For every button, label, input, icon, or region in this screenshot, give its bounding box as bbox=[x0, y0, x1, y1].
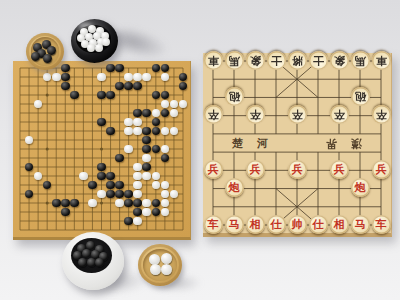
go-stone-white[interactable] bbox=[97, 73, 106, 82]
xiangqi-piece-black[interactable]: 士 bbox=[309, 51, 328, 70]
xiangqi-piece-red[interactable]: 马 bbox=[225, 215, 244, 234]
go-stone-black[interactable] bbox=[70, 91, 79, 100]
wooden-lid-bottom[interactable] bbox=[138, 244, 182, 286]
go-stone-black[interactable] bbox=[115, 154, 124, 163]
tray-stone-white[interactable] bbox=[161, 253, 172, 264]
go-stone-black[interactable] bbox=[124, 82, 133, 91]
go-stone-black[interactable] bbox=[61, 64, 70, 73]
xiangqi-piece-red[interactable]: 兵 bbox=[288, 160, 307, 179]
tray-stone-white[interactable] bbox=[95, 44, 103, 52]
go-stone-black[interactable] bbox=[106, 127, 115, 136]
go-stone-white[interactable] bbox=[115, 199, 124, 208]
xiangqi-piece-red[interactable]: 仕 bbox=[267, 215, 286, 234]
xiangqi-piece-black[interactable]: 將 bbox=[288, 51, 307, 70]
go-stone-black[interactable] bbox=[97, 172, 106, 181]
xiangqi-piece-black[interactable]: 卒 bbox=[330, 105, 349, 124]
go-stone-black[interactable] bbox=[106, 91, 115, 100]
xiangqi-piece-red[interactable]: 兵 bbox=[204, 160, 223, 179]
go-stone-white[interactable] bbox=[124, 73, 133, 82]
go-stone-black[interactable] bbox=[97, 163, 106, 172]
go-stone-black[interactable] bbox=[88, 181, 97, 190]
go-stone-black[interactable] bbox=[61, 73, 70, 82]
tray-stone-black[interactable] bbox=[78, 258, 87, 267]
go-stone-black[interactable] bbox=[106, 172, 115, 181]
go-stone-black[interactable] bbox=[52, 199, 61, 208]
black-stone-bowl[interactable] bbox=[71, 19, 118, 63]
go-stone-white[interactable] bbox=[79, 172, 88, 181]
go-stone-black[interactable] bbox=[124, 199, 133, 208]
xiangqi-piece-red[interactable]: 炮 bbox=[351, 178, 370, 197]
xiangqi-piece-black[interactable]: 士 bbox=[267, 51, 286, 70]
go-stone-black[interactable] bbox=[70, 199, 79, 208]
go-stone-black[interactable] bbox=[61, 82, 70, 91]
go-stone-black[interactable] bbox=[106, 181, 115, 190]
xiangqi-piece-red[interactable]: 兵 bbox=[372, 160, 391, 179]
tray-stone-black[interactable] bbox=[95, 258, 104, 267]
xiangqi-piece-black[interactable]: 象 bbox=[330, 51, 349, 70]
go-board[interactable] bbox=[13, 61, 191, 240]
wooden-lid-top[interactable] bbox=[26, 33, 64, 70]
go-stone-white[interactable] bbox=[124, 118, 133, 127]
go-stone-black[interactable] bbox=[97, 118, 106, 127]
tray-stone-white[interactable] bbox=[87, 44, 95, 52]
go-stone-black[interactable] bbox=[106, 190, 115, 199]
xiangqi-piece-red[interactable]: 车 bbox=[372, 215, 391, 234]
xiangqi-piece-black[interactable]: 車 bbox=[372, 51, 391, 70]
xiangqi-piece-black[interactable]: 砲 bbox=[351, 87, 370, 106]
xiangqi-piece-red[interactable]: 兵 bbox=[246, 160, 265, 179]
go-stone-white[interactable] bbox=[52, 73, 61, 82]
go-stone-black[interactable] bbox=[115, 64, 124, 73]
xiangqi-piece-black[interactable]: 卒 bbox=[372, 105, 391, 124]
go-stone-white[interactable] bbox=[88, 199, 97, 208]
go-stone-white[interactable] bbox=[124, 127, 133, 136]
go-stone-white[interactable] bbox=[97, 190, 106, 199]
tray-stone-white[interactable] bbox=[149, 254, 160, 265]
go-stone-black[interactable] bbox=[61, 199, 70, 208]
xiangqi-piece-red[interactable]: 炮 bbox=[225, 178, 244, 197]
go-stone-black[interactable] bbox=[115, 181, 124, 190]
go-stone-black[interactable] bbox=[97, 91, 106, 100]
river-label-chu-he: 楚河 bbox=[218, 136, 282, 151]
go-stone-white[interactable] bbox=[124, 145, 133, 154]
tray-stone-black[interactable] bbox=[82, 249, 91, 258]
go-stone-black[interactable] bbox=[124, 217, 133, 226]
go-stone-black[interactable] bbox=[61, 208, 70, 217]
tray-stone-white[interactable] bbox=[150, 264, 161, 275]
studio-scene: 楚河 漢界 車馬象士將士象馬車砲砲卒卒卒卒卒兵兵兵兵兵炮炮车马相仕帅仕相马车 bbox=[0, 0, 400, 300]
river-label: 楚河 漢界 bbox=[203, 134, 391, 152]
xiangqi-piece-red[interactable]: 帅 bbox=[288, 215, 307, 234]
xiangqi-piece-black[interactable]: 卒 bbox=[288, 105, 307, 124]
lid-well bbox=[143, 249, 176, 281]
black-bowl-shadow bbox=[109, 23, 172, 66]
xiangqi-piece-red[interactable]: 仕 bbox=[309, 215, 328, 234]
xiangqi-piece-red[interactable]: 相 bbox=[330, 215, 349, 234]
xiangqi-piece-black[interactable]: 車 bbox=[204, 51, 223, 70]
go-stone-black[interactable] bbox=[106, 64, 115, 73]
xiangqi-piece-black[interactable]: 卒 bbox=[204, 105, 223, 124]
tray-stone-black[interactable] bbox=[43, 54, 52, 63]
xiangqi-piece-red[interactable]: 车 bbox=[204, 215, 223, 234]
xiangqi-piece-red[interactable]: 相 bbox=[246, 215, 265, 234]
go-stone-black[interactable] bbox=[124, 190, 133, 199]
tray-stone-white[interactable] bbox=[102, 38, 110, 46]
xiangqi-board[interactable]: 楚河 漢界 車馬象士將士象馬車砲砲卒卒卒卒卒兵兵兵兵兵炮炮车马相仕帅仕相马车 bbox=[203, 53, 392, 237]
xiangqi-piece-black[interactable]: 馬 bbox=[225, 51, 244, 70]
white-stone-bowl[interactable] bbox=[62, 232, 124, 290]
river-label-han-jie: 漢界 bbox=[312, 136, 376, 151]
xiangqi-piece-black[interactable]: 卒 bbox=[246, 105, 265, 124]
xiangqi-piece-black[interactable]: 砲 bbox=[225, 87, 244, 106]
go-stone-black[interactable] bbox=[115, 190, 124, 199]
tray-stone-white[interactable] bbox=[161, 264, 172, 275]
xiangqi-piece-black[interactable]: 象 bbox=[246, 51, 265, 70]
xiangqi-piece-black[interactable]: 馬 bbox=[351, 51, 370, 70]
xiangqi-piece-red[interactable]: 马 bbox=[351, 215, 370, 234]
go-stone-black[interactable] bbox=[115, 82, 124, 91]
tray-stone-black[interactable] bbox=[31, 52, 40, 61]
xiangqi-piece-red[interactable]: 兵 bbox=[330, 160, 349, 179]
